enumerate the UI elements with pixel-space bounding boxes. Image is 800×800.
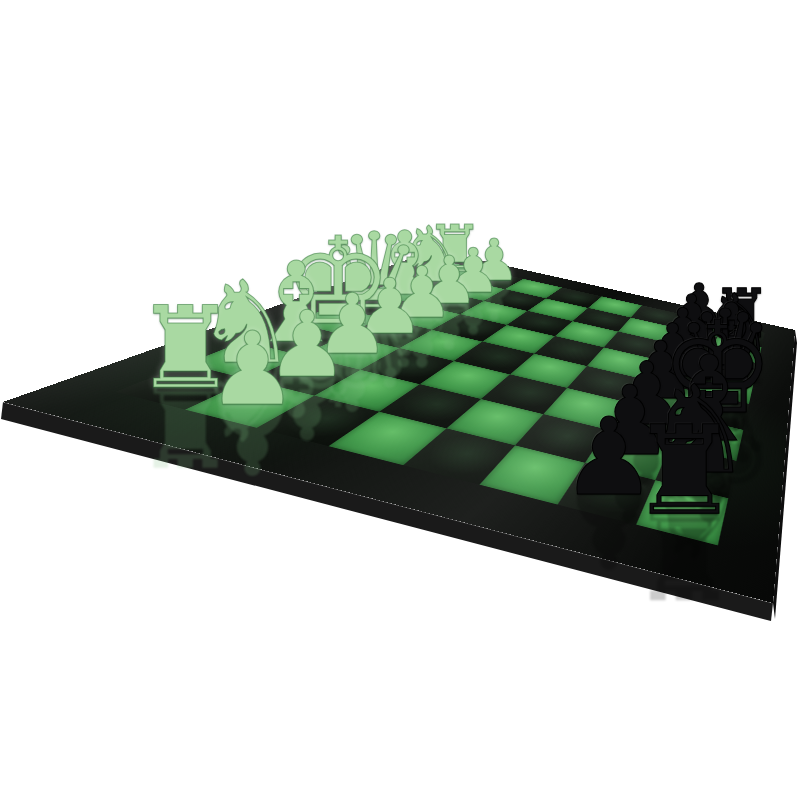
piece-black-rook-h8: ♜ xyxy=(630,411,739,533)
chess-set-photo: ♜♜♟♟♞♞♟♟♝♝♟♟♛♛♟♟♚♚♟♟♟♟♜♜♝♝♟♟♞♞♟♟♟♟♞♞♝♝♟♟… xyxy=(0,0,800,800)
piece-white-pawn-h2: ♟ xyxy=(207,319,298,420)
